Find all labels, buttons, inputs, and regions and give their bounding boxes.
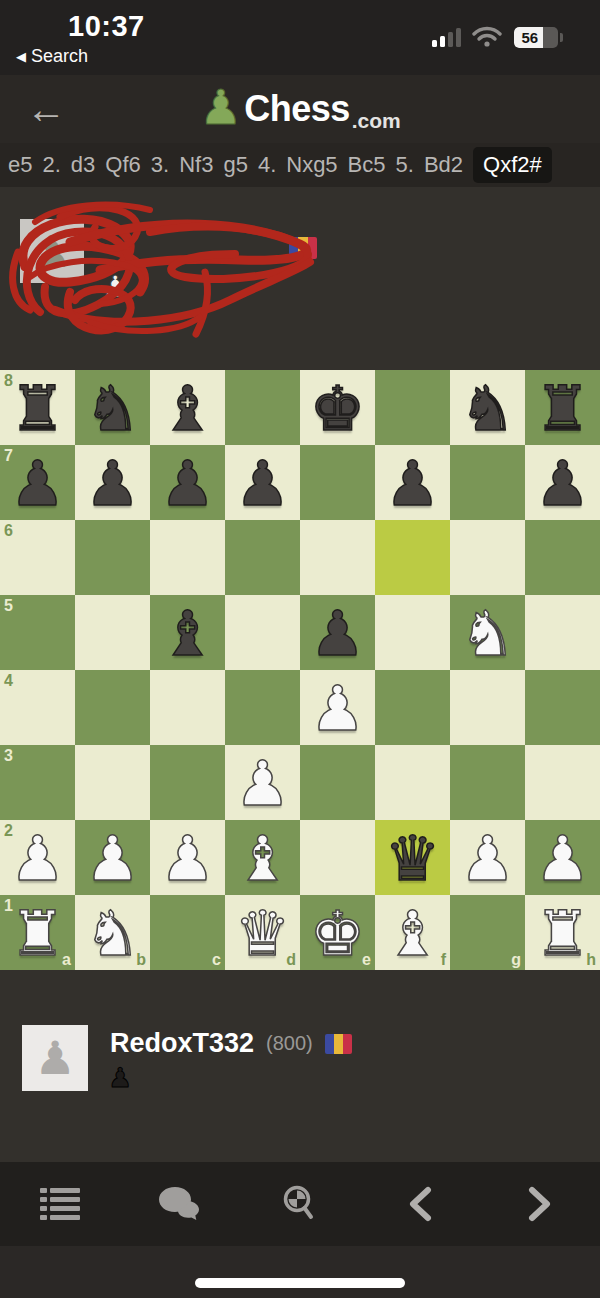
player-rating: (800) (266, 1032, 313, 1055)
square-a8[interactable]: 8♜ (0, 370, 75, 445)
square-d4[interactable] (225, 670, 300, 745)
move-token[interactable]: g5 (223, 152, 247, 178)
square-a3[interactable]: 3 (0, 745, 75, 820)
white-pawn-h2[interactable]: ♟ (525, 820, 600, 895)
square-c2[interactable]: ♟ (150, 820, 225, 895)
white-rook-h1[interactable]: ♜ (525, 895, 600, 970)
square-d2[interactable]: ♝ (225, 820, 300, 895)
square-b3[interactable] (75, 745, 150, 820)
previous-move-button[interactable] (360, 1162, 480, 1246)
move-token[interactable]: 5. (396, 152, 414, 178)
square-f8[interactable] (375, 370, 450, 445)
square-b5[interactable] (75, 595, 150, 670)
square-b8[interactable]: ♞ (75, 370, 150, 445)
black-pawn-h7[interactable]: ♟ (525, 445, 600, 520)
black-pawn-d7[interactable]: ♟ (225, 445, 300, 520)
square-h4[interactable] (525, 670, 600, 745)
white-pawn-b2[interactable]: ♟ (75, 820, 150, 895)
white-pawn-d3[interactable]: ♟ (225, 745, 300, 820)
square-a5[interactable]: 5 (0, 595, 75, 670)
white-knight-g5[interactable]: ♞ (450, 595, 525, 670)
square-a2[interactable]: 2♟ (0, 820, 75, 895)
back-to-search-link[interactable]: ◀ Search (16, 46, 88, 67)
square-f1[interactable]: f♝ (375, 895, 450, 970)
clock: 10:37 (68, 10, 145, 43)
status-bar: 10:37 ◀ Search 56 (0, 0, 600, 75)
square-c6[interactable] (150, 520, 225, 595)
black-king-e8[interactable]: ♚ (300, 370, 375, 445)
square-d3[interactable]: ♟ (225, 745, 300, 820)
square-e3[interactable] (300, 745, 375, 820)
rank-label-6: 6 (4, 523, 13, 539)
square-e4[interactable]: ♟ (300, 670, 375, 745)
black-pawn-a7[interactable]: ♟ (0, 445, 75, 520)
chat-button[interactable] (120, 1162, 240, 1246)
battery-icon: 56 (514, 27, 558, 48)
move-token[interactable]: 3. (151, 152, 169, 178)
square-h1[interactable]: h♜ (525, 895, 600, 970)
black-pawn-e5[interactable]: ♟ (300, 595, 375, 670)
back-triangle-icon: ◀ (16, 49, 26, 64)
white-pawn-c2[interactable]: ♟ (150, 820, 225, 895)
move-token[interactable]: Bc5 (348, 152, 386, 178)
white-rook-a1[interactable]: ♜ (0, 895, 75, 970)
square-e8[interactable]: ♚ (300, 370, 375, 445)
chess-board[interactable]: 8♜♞♝♚♞♜7♟♟♟♟♟♟65♝♟♞4♟3♟2♟♟♟♝♛♟♟1a♜b♞cd♛e… (0, 370, 600, 970)
square-g3[interactable] (450, 745, 525, 820)
black-bishop-c5[interactable]: ♝ (150, 595, 225, 670)
square-e1[interactable]: e♚ (300, 895, 375, 970)
square-h6[interactable] (525, 520, 600, 595)
square-f2[interactable]: ♛ (375, 820, 450, 895)
red-scribble-annotation (0, 192, 340, 352)
player-flag-romania (325, 1034, 352, 1054)
logo-pawn-icon: ♟ (199, 83, 242, 131)
square-c4[interactable] (150, 670, 225, 745)
square-c1[interactable]: c (150, 895, 225, 970)
square-f3[interactable] (375, 745, 450, 820)
white-bishop-d2[interactable]: ♝ (225, 820, 300, 895)
white-pawn-g2[interactable]: ♟ (450, 820, 525, 895)
square-a4[interactable]: 4 (0, 670, 75, 745)
black-pawn-b7[interactable]: ♟ (75, 445, 150, 520)
chevron-right-icon (528, 1186, 552, 1222)
black-rook-h8[interactable]: ♜ (525, 370, 600, 445)
square-f6[interactable] (375, 520, 450, 595)
black-rook-a8[interactable]: ♜ (0, 370, 75, 445)
rank-label-3: 3 (4, 748, 13, 764)
square-g7[interactable] (450, 445, 525, 520)
square-g5[interactable]: ♞ (450, 595, 525, 670)
analysis-magnifier-icon (281, 1185, 319, 1223)
square-h3[interactable] (525, 745, 600, 820)
square-c5[interactable]: ♝ (150, 595, 225, 670)
square-e6[interactable] (300, 520, 375, 595)
square-h2[interactable]: ♟ (525, 820, 600, 895)
square-a1[interactable]: 1a♜ (0, 895, 75, 970)
chevron-left-icon (408, 1186, 432, 1222)
captured-black-pawn-icon: ♟ (108, 1062, 132, 1093)
black-knight-b8[interactable]: ♞ (75, 370, 150, 445)
chat-icon (159, 1187, 201, 1221)
moves-list-button[interactable] (0, 1162, 120, 1246)
square-a6[interactable]: 6 (0, 520, 75, 595)
white-queen-d1[interactable]: ♛ (225, 895, 300, 970)
black-knight-g8[interactable]: ♞ (450, 370, 525, 445)
file-label-g: g (511, 952, 521, 968)
square-f5[interactable] (375, 595, 450, 670)
logo-suffix: .com (352, 109, 401, 133)
file-label-c: c (212, 952, 221, 968)
bottom-toolbar (0, 1162, 600, 1246)
square-f7[interactable]: ♟ (375, 445, 450, 520)
move-token[interactable]: 4. (258, 152, 276, 178)
cellular-signal-icon (432, 27, 461, 47)
back-label: Search (31, 46, 88, 67)
white-pawn-e4[interactable]: ♟ (300, 670, 375, 745)
black-queen-f2[interactable]: ♛ (375, 820, 450, 895)
square-f4[interactable] (375, 670, 450, 745)
square-g2[interactable]: ♟ (450, 820, 525, 895)
app-header: ← ♟ Chess .com (0, 75, 600, 143)
black-pawn-f7[interactable]: ♟ (375, 445, 450, 520)
square-g1[interactable]: g (450, 895, 525, 970)
square-b7[interactable]: ♟ (75, 445, 150, 520)
square-d5[interactable] (225, 595, 300, 670)
square-g6[interactable] (450, 520, 525, 595)
move-token[interactable]: Nf3 (179, 152, 213, 178)
analysis-button[interactable] (240, 1162, 360, 1246)
move-list-bar[interactable]: e52.d3Qf63.Nf3g54.Nxg5Bc55.Bd2Qxf2# (0, 143, 600, 187)
square-e5[interactable]: ♟ (300, 595, 375, 670)
chesscom-logo: ♟ Chess .com (0, 75, 600, 143)
next-move-button[interactable] (480, 1162, 600, 1246)
bottom-player-area: ♟ RedoxT332 (800) ♟ (0, 970, 600, 1162)
square-d8[interactable] (225, 370, 300, 445)
square-c7[interactable]: ♟ (150, 445, 225, 520)
battery-tip (560, 33, 563, 42)
move-token[interactable]: Nxg5 (286, 152, 337, 178)
footer (0, 1246, 600, 1298)
square-d7[interactable]: ♟ (225, 445, 300, 520)
square-c8[interactable]: ♝ (150, 370, 225, 445)
move-token[interactable]: Bd2 (424, 152, 463, 178)
square-b2[interactable]: ♟ (75, 820, 150, 895)
square-c3[interactable] (150, 745, 225, 820)
rank-label-4: 4 (4, 673, 13, 689)
square-b1[interactable]: b♞ (75, 895, 150, 970)
square-a7[interactable]: 7♟ (0, 445, 75, 520)
home-indicator[interactable] (195, 1278, 405, 1288)
top-player-area: ♟ ♟ (0, 187, 600, 370)
battery-percent: 56 (514, 27, 546, 48)
white-king-e1[interactable]: ♚ (300, 895, 375, 970)
move-token[interactable]: Qf6 (105, 152, 140, 178)
square-e7[interactable] (300, 445, 375, 520)
square-d1[interactable]: d♛ (225, 895, 300, 970)
wifi-icon (472, 26, 502, 48)
white-knight-b1[interactable]: ♞ (75, 895, 150, 970)
logo-text: Chess (244, 88, 350, 130)
square-g4[interactable] (450, 670, 525, 745)
white-pawn-a2[interactable]: ♟ (0, 820, 75, 895)
chess-app-screen: 10:37 ◀ Search 56 ← ♟ Chess .com e52.d3Q… (0, 0, 600, 1298)
square-h8[interactable]: ♜ (525, 370, 600, 445)
black-bishop-c8[interactable]: ♝ (150, 370, 225, 445)
square-b6[interactable] (75, 520, 150, 595)
player-avatar[interactable]: ♟ (22, 1025, 88, 1091)
white-bishop-f1[interactable]: ♝ (375, 895, 450, 970)
black-pawn-c7[interactable]: ♟ (150, 445, 225, 520)
move-token[interactable]: e5 (8, 152, 32, 178)
square-e2[interactable] (300, 820, 375, 895)
moves-list-icon (40, 1188, 80, 1220)
square-g8[interactable]: ♞ (450, 370, 525, 445)
move-token[interactable]: 2. (42, 152, 60, 178)
square-h7[interactable]: ♟ (525, 445, 600, 520)
move-token[interactable]: d3 (71, 152, 95, 178)
current-move[interactable]: Qxf2# (473, 147, 552, 183)
square-h5[interactable] (525, 595, 600, 670)
square-d6[interactable] (225, 520, 300, 595)
player-avatar-pawn-icon: ♟ (34, 1031, 75, 1085)
player-username[interactable]: RedoxT332 (110, 1028, 254, 1059)
square-b4[interactable] (75, 670, 150, 745)
rank-label-5: 5 (4, 598, 13, 614)
